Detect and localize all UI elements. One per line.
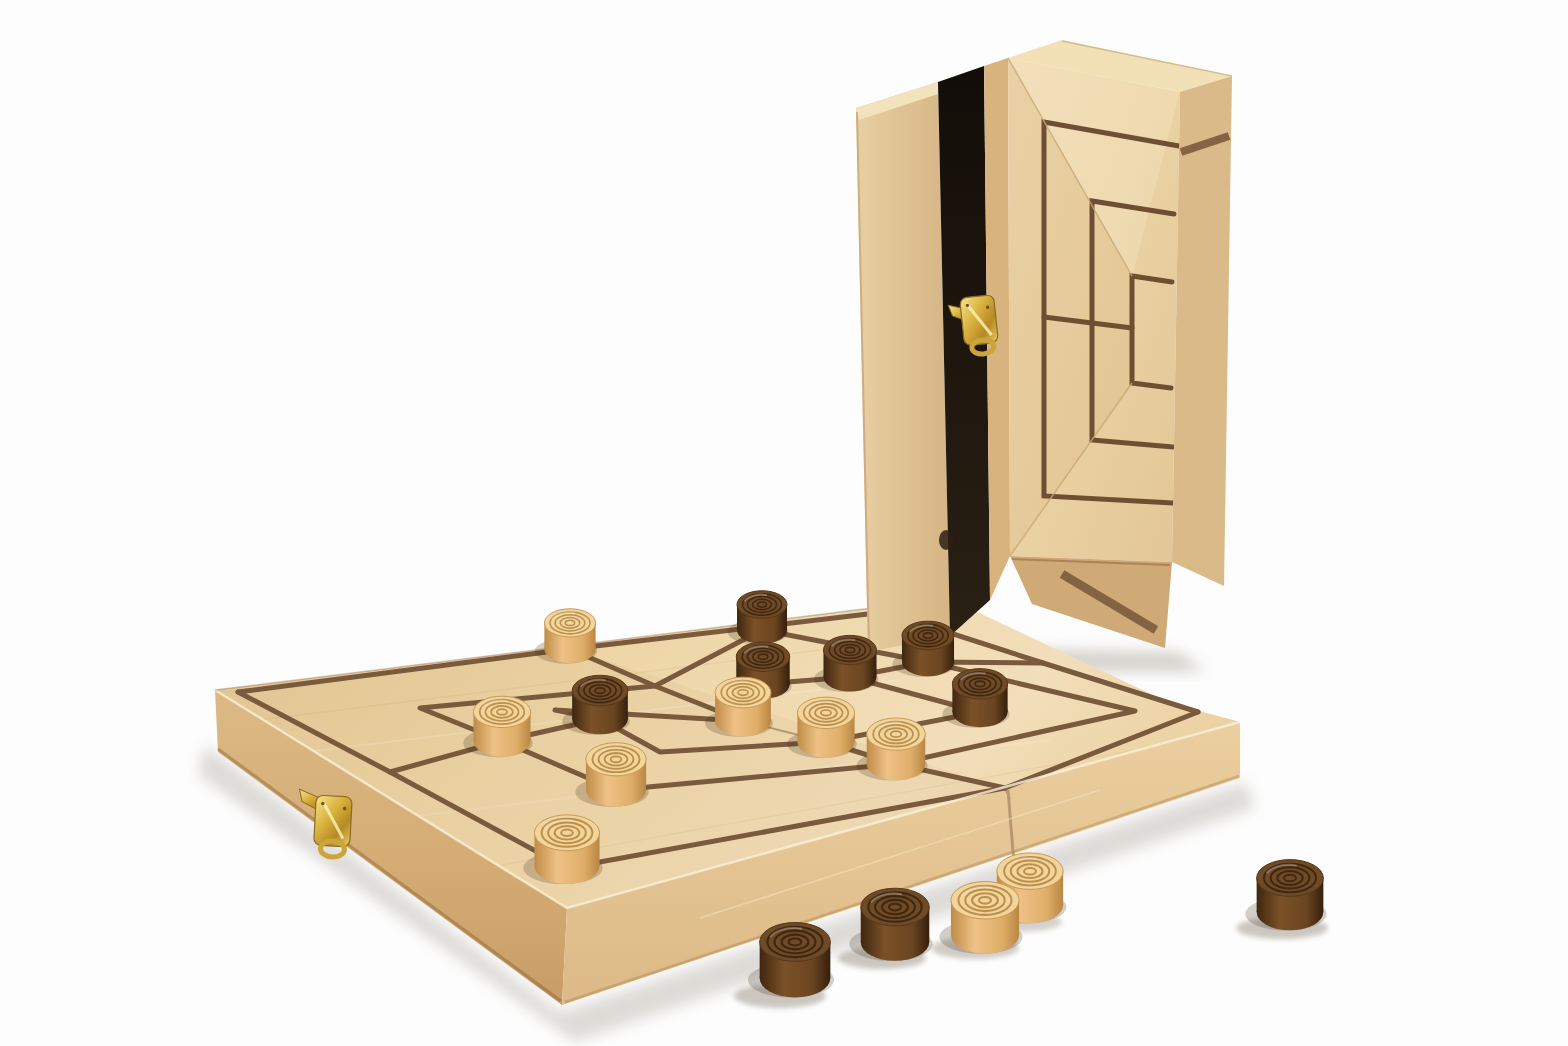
black-piece-f6 [728,591,789,645]
folded-case [856,40,1232,652]
case-lid-panel [856,82,950,652]
scene-svg [0,0,1568,1046]
lid-latch-loop [939,530,953,550]
case-bottom-face [1010,556,1172,648]
white-piece-d7 [535,609,597,664]
product-photo-scene [0,0,1568,1046]
black-spare-piece [1245,860,1326,931]
case-right-face [1172,76,1232,586]
